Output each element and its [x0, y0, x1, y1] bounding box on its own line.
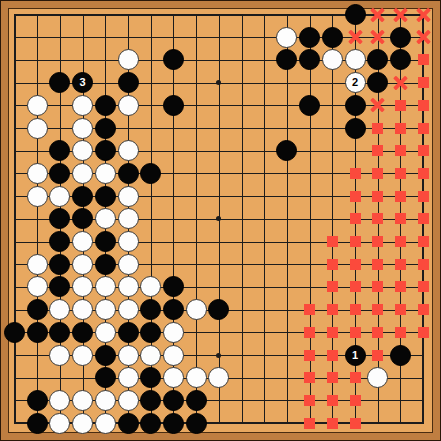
- white-stone: [118, 345, 139, 366]
- square-mark: [372, 145, 383, 156]
- square-mark: [327, 372, 338, 383]
- square-mark: [372, 304, 383, 315]
- square-mark: [350, 213, 361, 224]
- square-mark: [372, 327, 383, 338]
- black-stone: [299, 95, 320, 116]
- white-stone: [72, 231, 93, 252]
- x-mark: [392, 74, 409, 91]
- black-stone: [4, 322, 25, 343]
- white-stone: [27, 163, 48, 184]
- black-stone: [345, 95, 366, 116]
- square-mark: [327, 304, 338, 315]
- square-mark: [418, 54, 429, 65]
- white-stone: [72, 163, 93, 184]
- white-stone: [118, 49, 139, 70]
- square-mark: [395, 259, 406, 270]
- white-stone: [118, 231, 139, 252]
- square-mark: [418, 213, 429, 224]
- square-mark: [395, 100, 406, 111]
- square-mark: [372, 191, 383, 202]
- white-stone: [186, 299, 207, 320]
- grid-line: [242, 14, 243, 425]
- white-stone: [72, 390, 93, 411]
- grid-line: [287, 14, 288, 425]
- black-stone: [140, 413, 161, 434]
- x-mark: [415, 29, 432, 46]
- black-stone: [72, 322, 93, 343]
- square-mark: [304, 327, 315, 338]
- square-mark: [395, 145, 406, 156]
- square-mark: [304, 395, 315, 406]
- white-stone: [95, 299, 116, 320]
- x-mark: [392, 6, 409, 23]
- square-mark: [418, 168, 429, 179]
- white-stone: [118, 299, 139, 320]
- black-stone: [163, 299, 184, 320]
- square-mark: [372, 350, 383, 361]
- move-number-label: 2: [352, 77, 358, 88]
- white-stone: [118, 95, 139, 116]
- square-mark: [418, 236, 429, 247]
- square-mark: [418, 191, 429, 202]
- square-mark: [372, 213, 383, 224]
- black-stone: [27, 299, 48, 320]
- black-stone: [118, 72, 139, 93]
- square-mark: [350, 395, 361, 406]
- square-mark: [372, 259, 383, 270]
- square-mark: [418, 327, 429, 338]
- black-stone: [72, 186, 93, 207]
- black-stone: [95, 118, 116, 139]
- white-stone: [72, 254, 93, 275]
- white-stone: 2: [345, 72, 366, 93]
- white-stone: [118, 367, 139, 388]
- black-stone: [322, 27, 343, 48]
- square-mark: [395, 304, 406, 315]
- hoshi-point: [216, 353, 221, 358]
- square-mark: [395, 191, 406, 202]
- square-mark: [327, 350, 338, 361]
- square-mark: [418, 281, 429, 292]
- white-stone: [163, 367, 184, 388]
- white-stone: [163, 322, 184, 343]
- white-stone: [118, 140, 139, 161]
- white-stone: [95, 322, 116, 343]
- square-mark: [372, 281, 383, 292]
- move-number-label: 3: [80, 77, 86, 88]
- white-stone: [95, 163, 116, 184]
- grid-line: [332, 14, 333, 425]
- black-stone: [390, 27, 411, 48]
- square-mark: [395, 213, 406, 224]
- white-stone: [95, 413, 116, 434]
- black-stone: [163, 390, 184, 411]
- square-mark: [327, 395, 338, 406]
- square-mark: [304, 418, 315, 429]
- black-stone: [163, 95, 184, 116]
- black-stone: [27, 413, 48, 434]
- square-mark: [372, 236, 383, 247]
- square-mark: [350, 168, 361, 179]
- square-mark: [395, 327, 406, 338]
- white-stone: [72, 413, 93, 434]
- square-mark: [327, 236, 338, 247]
- white-stone: [140, 345, 161, 366]
- white-stone: [118, 254, 139, 275]
- black-stone: 1: [345, 345, 366, 366]
- grid-line: [310, 14, 311, 425]
- square-mark: [350, 191, 361, 202]
- white-stone: [118, 208, 139, 229]
- square-mark: [418, 100, 429, 111]
- black-stone: [95, 367, 116, 388]
- black-stone: [186, 413, 207, 434]
- square-mark: [418, 145, 429, 156]
- white-stone: [72, 118, 93, 139]
- black-stone: [390, 345, 411, 366]
- x-mark: [415, 6, 432, 23]
- square-mark: [327, 418, 338, 429]
- black-stone: [299, 27, 320, 48]
- white-stone: [72, 345, 93, 366]
- white-stone: [118, 186, 139, 207]
- move-number-label: 1: [352, 350, 358, 361]
- square-mark: [418, 123, 429, 134]
- black-stone: [95, 231, 116, 252]
- black-stone: [163, 413, 184, 434]
- white-stone: [95, 208, 116, 229]
- square-mark: [350, 236, 361, 247]
- white-stone: [345, 49, 366, 70]
- square-mark: [395, 281, 406, 292]
- white-stone: [186, 367, 207, 388]
- x-mark: [347, 29, 364, 46]
- white-stone: [49, 413, 70, 434]
- white-stone: [72, 95, 93, 116]
- white-stone: [27, 254, 48, 275]
- go-board[interactable]: 321: [0, 0, 441, 441]
- square-mark: [395, 168, 406, 179]
- x-mark: [369, 29, 386, 46]
- white-stone: [163, 345, 184, 366]
- square-mark: [372, 123, 383, 134]
- black-stone: [27, 390, 48, 411]
- black-stone: [118, 163, 139, 184]
- black-stone: [345, 118, 366, 139]
- square-mark: [304, 372, 315, 383]
- black-stone: [27, 322, 48, 343]
- black-stone: [95, 254, 116, 275]
- square-mark: [350, 259, 361, 270]
- white-stone: [27, 276, 48, 297]
- grid-line: [264, 14, 265, 425]
- black-stone: [118, 322, 139, 343]
- black-stone: [345, 4, 366, 25]
- square-mark: [327, 281, 338, 292]
- square-mark: [350, 372, 361, 383]
- white-stone: [276, 27, 297, 48]
- square-mark: [327, 259, 338, 270]
- white-stone: [118, 390, 139, 411]
- black-stone: [140, 390, 161, 411]
- square-mark: [304, 304, 315, 315]
- white-stone: [49, 186, 70, 207]
- white-stone: [27, 118, 48, 139]
- black-stone: [140, 163, 161, 184]
- square-mark: [350, 418, 361, 429]
- square-mark: [350, 304, 361, 315]
- x-mark: [369, 97, 386, 114]
- square-mark: [304, 350, 315, 361]
- black-stone: [95, 345, 116, 366]
- square-mark: [418, 77, 429, 88]
- x-mark: [369, 6, 386, 23]
- square-mark: [372, 168, 383, 179]
- black-stone: [140, 322, 161, 343]
- black-stone: [118, 413, 139, 434]
- black-stone: [49, 254, 70, 275]
- white-stone: [118, 276, 139, 297]
- black-stone: [186, 390, 207, 411]
- square-mark: [418, 259, 429, 270]
- black-stone: [95, 95, 116, 116]
- square-mark: [395, 123, 406, 134]
- white-stone: [27, 186, 48, 207]
- square-mark: [418, 304, 429, 315]
- square-mark: [395, 236, 406, 247]
- white-stone: [27, 95, 48, 116]
- square-mark: [350, 327, 361, 338]
- white-stone: [95, 390, 116, 411]
- square-mark: [327, 327, 338, 338]
- black-stone: [95, 186, 116, 207]
- white-stone: [49, 345, 70, 366]
- square-mark: [350, 281, 361, 292]
- black-stone: [95, 140, 116, 161]
